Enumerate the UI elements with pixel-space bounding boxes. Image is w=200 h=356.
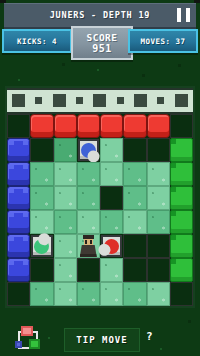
background-speckle (18, 79, 20, 81)
cell-red-r1c6[interactable] (147, 114, 170, 138)
cell-f2-r8c5[interactable] (123, 282, 146, 306)
cell-gray-r6c5[interactable] (123, 234, 146, 258)
wall-window-square (117, 97, 124, 104)
cell-f2-r8c3[interactable] (77, 282, 100, 306)
cell-red-r1c3[interactable] (77, 114, 100, 138)
wall-window-square (12, 94, 25, 107)
cell-f1-r4c2[interactable] (54, 186, 77, 210)
background-speckle (142, 74, 145, 77)
cell-f1-r2c4[interactable] (100, 138, 123, 162)
cell-gray-r7c6[interactable] (147, 258, 170, 282)
moon-green-cell[interactable] (31, 235, 52, 257)
cell-red-r1c1[interactable] (30, 114, 53, 138)
cell-f1-r5c3[interactable] (77, 210, 100, 234)
wall-window-square (35, 97, 42, 104)
cell-f1-r8c6[interactable] (147, 282, 170, 306)
wall-window-square (93, 94, 106, 107)
help-button[interactable]: ? (146, 330, 153, 343)
cell-f2-r8c1[interactable] (30, 282, 53, 306)
cell-green-r4c7[interactable] (170, 186, 193, 210)
moon-blue-cell[interactable] (78, 139, 99, 161)
footer-bar: TIP MOVE ? (0, 322, 200, 356)
moon-green-icon (32, 236, 52, 256)
moves-label: MOVES: 37 (140, 37, 185, 46)
cell-green-r7c7[interactable] (170, 258, 193, 282)
cell-gray-r6c6[interactable] (147, 234, 170, 258)
wall-window-square (157, 97, 164, 104)
cell-f1-r7c2[interactable] (54, 258, 77, 282)
wall-window-square (76, 97, 83, 104)
moon-red-icon (102, 236, 121, 255)
cell-f1-r8c2[interactable] (54, 282, 77, 306)
player-face (84, 239, 93, 245)
cell-f2-r3c3[interactable] (77, 162, 100, 186)
cell-green-r6c7[interactable] (170, 234, 193, 258)
cell-f2-r4c3[interactable] (77, 186, 100, 210)
cell-blue-r2c0[interactable] (7, 138, 30, 162)
cell-blue-r4c0[interactable] (7, 186, 30, 210)
pink-block-glyph (21, 326, 33, 336)
blue-block-glyph (15, 341, 22, 348)
cell-f1-r8c4[interactable] (100, 282, 123, 306)
kicks-label: KICKS: 4 (17, 37, 57, 46)
cell-gray-r2c5[interactable] (123, 138, 146, 162)
cell-gray-r8c0[interactable] (7, 282, 30, 306)
background-speckle (97, 69, 99, 71)
cell-f2-r4c5[interactable] (123, 186, 146, 210)
cell-f1-r7c4[interactable] (100, 258, 123, 282)
wall-window-square (53, 94, 66, 107)
cell-gray-r7c3[interactable] (77, 258, 100, 282)
cell-blue-r7c0[interactable] (7, 258, 30, 282)
level-title: JUNERS - DEPTH 19 (50, 10, 151, 20)
cell-f1-r3c2[interactable] (54, 162, 77, 186)
kicks-counter: KICKS: 4 (2, 29, 72, 53)
cell-f2-r3c1[interactable] (30, 162, 53, 186)
cell-green-r3c7[interactable] (170, 162, 193, 186)
cell-f1-r4c6[interactable] (147, 186, 170, 210)
player-body (80, 245, 97, 257)
background-speckle (62, 63, 65, 66)
cell-gray-r7c1[interactable] (30, 258, 53, 282)
cell-gray-r7c5[interactable] (123, 258, 146, 282)
cell-green-r2c7[interactable] (170, 138, 193, 162)
cell-f1-r5c5[interactable] (123, 210, 146, 234)
cell-gray-r8c7[interactable] (170, 282, 193, 306)
moon-blue-icon (80, 142, 96, 158)
cell-f3-r2c2[interactable] (54, 138, 77, 162)
cell-gray-r2c1[interactable] (30, 138, 53, 162)
cell-f1-r3c4[interactable] (100, 162, 123, 186)
cell-red-r1c4[interactable] (100, 114, 123, 138)
player-character (80, 235, 97, 257)
cell-f1-r6c2[interactable] (54, 234, 77, 258)
cell-f2-r5c2[interactable] (54, 210, 77, 234)
cell-blue-r5c0[interactable] (7, 210, 30, 234)
cell-f2-r5c4[interactable] (100, 210, 123, 234)
pause-icon[interactable] (177, 8, 190, 22)
cell-red-r1c5[interactable] (123, 114, 146, 138)
moves-counter: MOVES: 37 (128, 29, 198, 53)
board-grid (7, 114, 193, 306)
tip-move-label: TIP MOVE (76, 335, 127, 345)
cell-f1-r3c6[interactable] (147, 162, 170, 186)
cell-blue-r3c0[interactable] (7, 162, 30, 186)
score-panel: SCORE 951 (71, 26, 133, 60)
cell-f2-r3c5[interactable] (123, 162, 146, 186)
cell-blue-r6c0[interactable] (7, 234, 30, 258)
cell-gray-r4c4[interactable] (100, 186, 123, 210)
game-screen: JUNERS - DEPTH 19 KICKS: 4 SCORE 951 MOV… (0, 0, 200, 356)
green-block-glyph (29, 339, 40, 349)
blocks-swap-icon[interactable] (14, 326, 42, 352)
moon-red-cell[interactable] (101, 235, 122, 257)
cell-red-r1c2[interactable] (54, 114, 77, 138)
cell-gray-r2c6[interactable] (147, 138, 170, 162)
cell-gray-r1c7[interactable] (170, 114, 193, 138)
player-cell[interactable] (77, 234, 100, 258)
wall-window-square (134, 94, 147, 107)
game-board (5, 86, 195, 308)
cell-f1-r5c1[interactable] (30, 210, 53, 234)
wall-window-square (175, 94, 188, 107)
cell-gray-r1c0[interactable] (7, 114, 30, 138)
tip-move-button[interactable]: TIP MOVE (64, 328, 140, 352)
cell-f2-r4c1[interactable] (30, 186, 53, 210)
score-label: SCORE (86, 33, 117, 43)
cell-f2-r5c6[interactable] (147, 210, 170, 234)
score-value: 951 (92, 43, 112, 54)
background-speckle (178, 64, 181, 67)
cell-green-r5c7[interactable] (170, 210, 193, 234)
wall-row (7, 88, 193, 114)
